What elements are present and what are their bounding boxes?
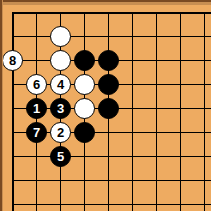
stones-layer: 86413725 [0, 0, 211, 211]
stone-black: 5 [50, 146, 71, 167]
move-number-label: 5 [57, 150, 64, 163]
board-frame-left-edge [0, 0, 3, 211]
stone-white [50, 50, 71, 71]
go-board: 86413725 [0, 0, 211, 211]
stone-black [74, 50, 95, 71]
frame-top-wood-band [0, 2, 211, 5]
move-number-label: 4 [57, 78, 64, 91]
move-number-label: 6 [33, 78, 40, 91]
move-number-label: 2 [57, 126, 64, 139]
stone-white [74, 74, 95, 95]
stone-black [98, 74, 119, 95]
move-number-label: 1 [33, 102, 40, 115]
stone-white: 2 [50, 122, 71, 143]
stone-black: 7 [26, 122, 47, 143]
stone-white: 6 [26, 74, 47, 95]
stone-white: 4 [50, 74, 71, 95]
stone-black: 1 [26, 98, 47, 119]
move-number-label: 8 [9, 54, 16, 67]
move-number-label: 7 [33, 126, 40, 139]
stone-black [74, 122, 95, 143]
stone-black: 3 [50, 98, 71, 119]
board-frame-top-edge [0, 0, 211, 5]
stone-black [98, 98, 119, 119]
stone-white [50, 26, 71, 47]
move-number-label: 3 [57, 102, 64, 115]
frame-left-wood-band [2, 0, 3, 211]
stone-black [98, 50, 119, 71]
stone-white: 8 [2, 50, 23, 71]
stone-white [74, 98, 95, 119]
